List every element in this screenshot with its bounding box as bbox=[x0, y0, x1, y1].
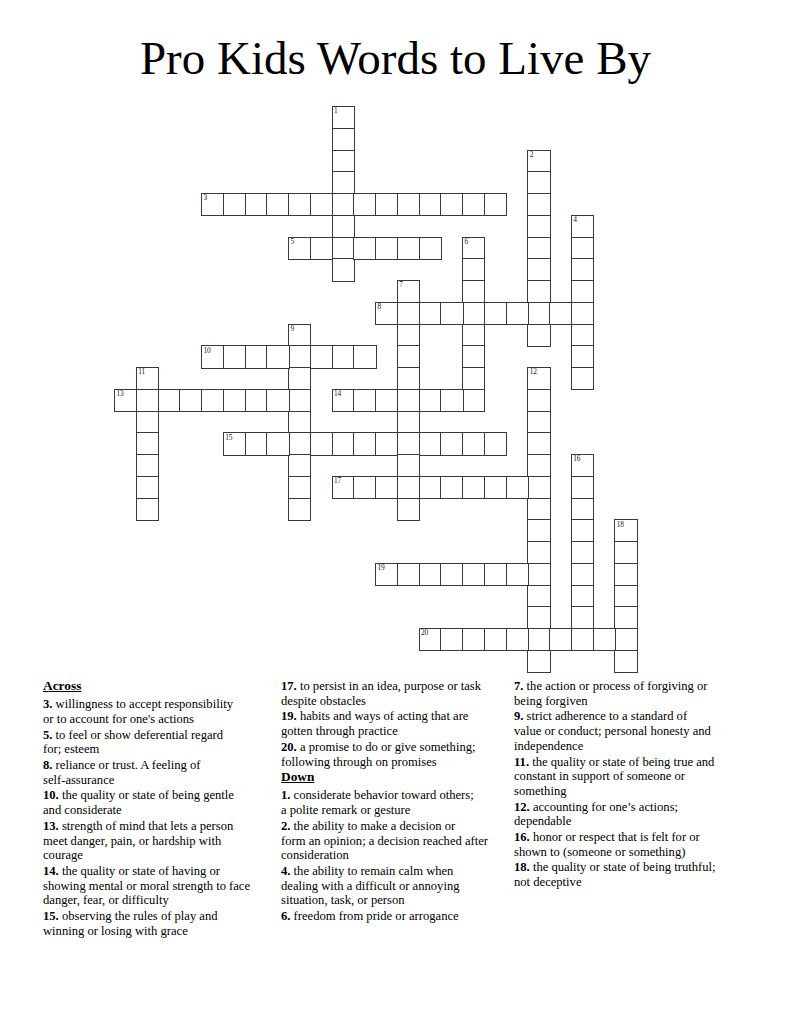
grid-cell[interactable] bbox=[353, 193, 376, 216]
clue-across-5: 5. to feel or show deferential regardfor… bbox=[43, 728, 283, 757]
grid-cell[interactable] bbox=[245, 193, 268, 216]
grid-cell[interactable] bbox=[201, 389, 224, 412]
clue-down-12: 12. accounting for one’s actions;dependa… bbox=[514, 800, 754, 829]
grid-cell[interactable] bbox=[614, 563, 637, 586]
grid-cell[interactable] bbox=[288, 476, 311, 499]
grid-cell[interactable] bbox=[245, 389, 268, 412]
clue-list-header-down: Down bbox=[281, 770, 521, 785]
grid-cell[interactable] bbox=[614, 628, 637, 651]
grid-cell[interactable] bbox=[375, 193, 398, 216]
grid-cell[interactable] bbox=[440, 389, 463, 412]
grid-cell[interactable] bbox=[571, 367, 594, 390]
grid-cell[interactable] bbox=[332, 215, 355, 238]
grid-cell[interactable]: 16 bbox=[571, 454, 594, 477]
clue-number: 13. bbox=[43, 819, 59, 833]
grid-cell[interactable] bbox=[419, 389, 442, 412]
grid-cell[interactable] bbox=[506, 302, 529, 325]
clue-number: 9. bbox=[514, 709, 523, 723]
grid-cell[interactable] bbox=[462, 345, 485, 368]
grid-cell[interactable] bbox=[571, 476, 594, 499]
grid-cell[interactable] bbox=[571, 280, 594, 303]
cell-number: 4 bbox=[573, 216, 577, 223]
crossword-page: Pro Kids Words to Live By 12345678910111… bbox=[0, 0, 791, 1024]
grid-cell[interactable] bbox=[484, 193, 507, 216]
grid-cell[interactable] bbox=[288, 498, 311, 521]
grid-cell[interactable] bbox=[310, 193, 333, 216]
grid-cell[interactable] bbox=[614, 541, 637, 564]
grid-cell[interactable]: 11 bbox=[136, 367, 159, 390]
grid-cell[interactable] bbox=[332, 237, 355, 260]
grid-cell[interactable]: 6 bbox=[462, 237, 485, 260]
grid-cell[interactable] bbox=[571, 302, 594, 325]
cell-number: 2 bbox=[530, 151, 534, 158]
cell-number: 16 bbox=[573, 455, 580, 462]
grid-cell[interactable] bbox=[527, 215, 550, 238]
cell-number: 12 bbox=[530, 368, 537, 375]
grid-cell[interactable] bbox=[571, 541, 594, 564]
grid-cell[interactable]: 13 bbox=[114, 389, 137, 412]
grid-cell[interactable] bbox=[353, 345, 376, 368]
grid-cell[interactable] bbox=[136, 498, 159, 521]
grid-cell[interactable] bbox=[462, 628, 485, 651]
grid-cell[interactable] bbox=[527, 650, 550, 673]
grid-cell[interactable] bbox=[288, 432, 311, 455]
clue-down-1: 1. considerate behavior toward others;a … bbox=[281, 788, 521, 817]
grid-cell[interactable] bbox=[179, 389, 202, 412]
clue-down-6: 6. freedom from pride or arrogance bbox=[281, 909, 521, 924]
grid-cell[interactable] bbox=[419, 432, 442, 455]
grid-cell[interactable]: 12 bbox=[527, 367, 550, 390]
clue-across-17: 17. to persist in an idea, purpose or ta… bbox=[281, 679, 521, 708]
cell-number: 5 bbox=[291, 238, 295, 245]
grid-cell[interactable] bbox=[375, 476, 398, 499]
grid-cell[interactable] bbox=[527, 454, 550, 477]
grid-cell[interactable] bbox=[419, 237, 442, 260]
clue-number: 1. bbox=[281, 788, 290, 802]
clue-number: 19. bbox=[281, 709, 297, 723]
cell-number: 15 bbox=[225, 434, 232, 441]
clue-number: 20. bbox=[281, 740, 297, 754]
grid-cell[interactable] bbox=[375, 432, 398, 455]
grid-cell[interactable] bbox=[353, 389, 376, 412]
clue-number: 11. bbox=[514, 755, 529, 769]
grid-cell[interactable] bbox=[440, 432, 463, 455]
grid-cell[interactable]: 5 bbox=[288, 237, 311, 260]
grid-cell[interactable] bbox=[462, 193, 485, 216]
cell-number: 8 bbox=[378, 303, 382, 310]
grid-cell[interactable] bbox=[484, 476, 507, 499]
clue-column-2: 17. to persist in an idea, purpose or ta… bbox=[281, 679, 521, 925]
grid-cell[interactable]: 17 bbox=[332, 476, 355, 499]
clue-number: 4. bbox=[281, 864, 290, 878]
grid-cell[interactable] bbox=[549, 628, 572, 651]
cell-number: 10 bbox=[204, 347, 211, 354]
grid-cell[interactable] bbox=[288, 367, 311, 390]
grid-cell[interactable] bbox=[527, 498, 550, 521]
grid-cell[interactable]: 19 bbox=[375, 563, 398, 586]
grid-cell[interactable] bbox=[440, 563, 463, 586]
grid-cell[interactable]: 14 bbox=[332, 389, 355, 412]
grid-cell[interactable] bbox=[136, 476, 159, 499]
grid-cell[interactable] bbox=[245, 432, 268, 455]
grid-cell[interactable] bbox=[571, 498, 594, 521]
grid-cell[interactable] bbox=[223, 193, 246, 216]
clue-number: 14. bbox=[43, 864, 59, 878]
grid-cell[interactable] bbox=[332, 258, 355, 281]
clue-across-19: 19. habits and ways of acting that arego… bbox=[281, 709, 521, 738]
cell-number: 13 bbox=[117, 390, 124, 397]
grid-cell[interactable] bbox=[506, 476, 529, 499]
grid-cell[interactable] bbox=[397, 345, 420, 368]
grid-cell[interactable] bbox=[332, 345, 355, 368]
cell-number: 11 bbox=[138, 368, 145, 375]
grid-cell[interactable] bbox=[527, 541, 550, 564]
clue-number: 7. bbox=[514, 679, 523, 693]
grid-cell[interactable] bbox=[571, 237, 594, 260]
clue-down-4: 4. the ability to remain calm whendealin… bbox=[281, 864, 521, 908]
grid-cell[interactable] bbox=[506, 563, 529, 586]
grid-cell[interactable]: 20 bbox=[419, 628, 442, 651]
clue-number: 8. bbox=[43, 758, 52, 772]
cell-number: 18 bbox=[617, 521, 624, 528]
clue-across-14: 14. the quality or state of having orsho… bbox=[43, 864, 283, 908]
grid-cell[interactable] bbox=[332, 128, 355, 151]
grid-cell[interactable] bbox=[527, 171, 550, 194]
grid-cell[interactable] bbox=[397, 389, 420, 412]
grid-cell[interactable] bbox=[266, 432, 289, 455]
grid-cell[interactable] bbox=[310, 345, 333, 368]
grid-cell[interactable] bbox=[527, 302, 550, 325]
grid-cell[interactable]: 10 bbox=[201, 345, 224, 368]
grid-cell[interactable] bbox=[527, 324, 550, 347]
grid-cell[interactable] bbox=[484, 563, 507, 586]
clue-down-16: 16. honor or respect that is felt for or… bbox=[514, 830, 754, 859]
clue-number: 15. bbox=[43, 909, 59, 923]
cell-number: 6 bbox=[465, 238, 469, 245]
grid-cell[interactable] bbox=[266, 389, 289, 412]
grid-cell[interactable] bbox=[527, 258, 550, 281]
grid-cell[interactable] bbox=[440, 302, 463, 325]
grid-cell[interactable] bbox=[288, 454, 311, 477]
grid-cell[interactable] bbox=[527, 585, 550, 608]
grid-cell[interactable] bbox=[397, 302, 420, 325]
cell-number: 20 bbox=[421, 629, 428, 636]
clue-across-8: 8. reliance or trust. A feeling ofself-a… bbox=[43, 758, 283, 787]
grid-cell[interactable] bbox=[310, 432, 333, 455]
grid-cell[interactable] bbox=[462, 258, 485, 281]
grid-cell[interactable] bbox=[462, 302, 485, 325]
grid-cell[interactable] bbox=[484, 628, 507, 651]
cell-number: 14 bbox=[334, 390, 341, 397]
grid-cell[interactable] bbox=[462, 389, 485, 412]
grid-cell[interactable] bbox=[332, 193, 355, 216]
grid-cell[interactable] bbox=[353, 432, 376, 455]
grid-cell[interactable] bbox=[484, 302, 507, 325]
grid-cell[interactable] bbox=[614, 585, 637, 608]
clue-across-15: 15. observing the rules of play andwinni… bbox=[43, 909, 283, 938]
grid-cell[interactable] bbox=[571, 345, 594, 368]
cell-number: 9 bbox=[291, 325, 295, 332]
grid-cell[interactable]: 18 bbox=[614, 519, 637, 542]
grid-cell[interactable]: 7 bbox=[397, 280, 420, 303]
grid-cell[interactable] bbox=[397, 454, 420, 477]
clue-down-11: 11. the quality or state of being true a… bbox=[514, 755, 754, 799]
grid-cell[interactable] bbox=[266, 345, 289, 368]
cell-number: 1 bbox=[334, 107, 338, 114]
clue-across-10: 10. the quality or state of being gentle… bbox=[43, 788, 283, 817]
grid-cell[interactable] bbox=[571, 606, 594, 629]
cell-number: 17 bbox=[334, 477, 341, 484]
clue-number: 18. bbox=[514, 860, 530, 874]
grid-cell[interactable]: 2 bbox=[527, 150, 550, 173]
grid-cell[interactable] bbox=[397, 193, 420, 216]
grid-cell[interactable] bbox=[332, 171, 355, 194]
clue-number: 3. bbox=[43, 697, 52, 711]
clue-column-3: 7. the action or process of forgiving or… bbox=[514, 679, 754, 891]
clue-number: 10. bbox=[43, 788, 59, 802]
grid-cell[interactable] bbox=[375, 389, 398, 412]
grid-cell[interactable] bbox=[462, 280, 485, 303]
grid-cell[interactable] bbox=[136, 389, 159, 412]
grid-cell[interactable] bbox=[462, 367, 485, 390]
clue-across-20: 20. a promise to do or give something;fo… bbox=[281, 740, 521, 769]
grid-cell[interactable] bbox=[527, 280, 550, 303]
grid-cell[interactable] bbox=[527, 563, 550, 586]
grid-cell[interactable] bbox=[527, 411, 550, 434]
grid-cell[interactable] bbox=[397, 411, 420, 434]
grid-cell[interactable]: 3 bbox=[201, 193, 224, 216]
grid-cell[interactable] bbox=[223, 345, 246, 368]
clue-across-3: 3. willingness to accept responsibilityo… bbox=[43, 697, 283, 726]
grid-cell[interactable] bbox=[527, 237, 550, 260]
grid-cell[interactable] bbox=[571, 563, 594, 586]
grid-cell[interactable] bbox=[136, 411, 159, 434]
clue-number: 6. bbox=[281, 909, 290, 923]
grid-cell[interactable] bbox=[288, 193, 311, 216]
grid-cell[interactable] bbox=[419, 476, 442, 499]
grid-cell[interactable]: 1 bbox=[332, 106, 355, 129]
clue-number: 17. bbox=[281, 679, 297, 693]
grid-cell[interactable] bbox=[419, 193, 442, 216]
clue-down-7: 7. the action or process of forgiving or… bbox=[514, 679, 754, 708]
grid-cell[interactable] bbox=[440, 193, 463, 216]
grid-cell[interactable] bbox=[332, 150, 355, 173]
grid-cell[interactable] bbox=[397, 237, 420, 260]
grid-cell[interactable]: 15 bbox=[223, 432, 246, 455]
grid-cell[interactable] bbox=[527, 606, 550, 629]
clue-number: 2. bbox=[281, 819, 290, 833]
clue-across-13: 13. strength of mind that lets a personm… bbox=[43, 819, 283, 863]
clue-list-header-across: Across bbox=[43, 679, 283, 694]
grid-cell[interactable] bbox=[549, 302, 572, 325]
grid-cell[interactable] bbox=[614, 606, 637, 629]
grid-cell[interactable]: 9 bbox=[288, 324, 311, 347]
grid-cell[interactable] bbox=[419, 302, 442, 325]
grid-cell[interactable] bbox=[397, 563, 420, 586]
clue-number: 5. bbox=[43, 728, 52, 742]
grid-cell[interactable]: 8 bbox=[375, 302, 398, 325]
grid-cell[interactable] bbox=[462, 476, 485, 499]
grid-cell[interactable] bbox=[223, 389, 246, 412]
grid-cell[interactable] bbox=[527, 628, 550, 651]
crossword-grid: 1234567891011121314151617181920 bbox=[114, 106, 636, 672]
grid-cell[interactable] bbox=[288, 345, 311, 368]
grid-cell[interactable]: 4 bbox=[571, 215, 594, 238]
cell-number: 19 bbox=[378, 564, 385, 571]
grid-cell[interactable] bbox=[353, 476, 376, 499]
grid-cell[interactable] bbox=[593, 628, 616, 651]
grid-cell[interactable] bbox=[527, 519, 550, 542]
grid-cell[interactable] bbox=[440, 476, 463, 499]
grid-cell[interactable] bbox=[136, 454, 159, 477]
grid-cell[interactable] bbox=[397, 498, 420, 521]
clue-number: 16. bbox=[514, 830, 530, 844]
clue-down-9: 9. strict adherence to a standard ofvalu… bbox=[514, 709, 754, 753]
clue-down-18: 18. the quality or state of being truthf… bbox=[514, 860, 754, 889]
puzzle-title: Pro Kids Words to Live By bbox=[0, 31, 791, 85]
grid-cell[interactable] bbox=[506, 628, 529, 651]
grid-cell[interactable] bbox=[245, 345, 268, 368]
grid-cell[interactable] bbox=[288, 389, 311, 412]
grid-cell[interactable] bbox=[462, 324, 485, 347]
grid-cell[interactable] bbox=[571, 585, 594, 608]
grid-cell[interactable] bbox=[484, 432, 507, 455]
clue-number: 12. bbox=[514, 800, 530, 814]
clue-column-1: Across3. willingness to accept responsib… bbox=[43, 679, 283, 939]
grid-cell[interactable] bbox=[419, 563, 442, 586]
grid-cell[interactable] bbox=[397, 432, 420, 455]
grid-cell[interactable] bbox=[527, 193, 550, 216]
grid-cell[interactable] bbox=[158, 389, 181, 412]
cell-number: 7 bbox=[399, 281, 403, 288]
grid-cell[interactable] bbox=[527, 432, 550, 455]
grid-cell[interactable] bbox=[397, 367, 420, 390]
grid-cell[interactable] bbox=[332, 432, 355, 455]
grid-cell[interactable] bbox=[571, 519, 594, 542]
grid-cell[interactable] bbox=[136, 432, 159, 455]
grid-cell[interactable] bbox=[353, 237, 376, 260]
grid-cell[interactable] bbox=[462, 432, 485, 455]
grid-cell[interactable] bbox=[571, 628, 594, 651]
grid-cell[interactable] bbox=[571, 258, 594, 281]
grid-cell[interactable] bbox=[310, 237, 333, 260]
clue-down-2: 2. the ability to make a decision orform… bbox=[281, 819, 521, 863]
grid-cell[interactable] bbox=[571, 324, 594, 347]
grid-cell[interactable] bbox=[397, 476, 420, 499]
grid-cell[interactable] bbox=[527, 476, 550, 499]
grid-cell[interactable] bbox=[440, 628, 463, 651]
cell-number: 3 bbox=[204, 194, 208, 201]
grid-cell[interactable] bbox=[462, 563, 485, 586]
grid-cell[interactable] bbox=[266, 193, 289, 216]
grid-cell[interactable] bbox=[614, 650, 637, 673]
grid-cell[interactable] bbox=[375, 237, 398, 260]
grid-cell[interactable] bbox=[288, 411, 311, 434]
grid-cell[interactable] bbox=[397, 324, 420, 347]
grid-cell[interactable] bbox=[527, 389, 550, 412]
